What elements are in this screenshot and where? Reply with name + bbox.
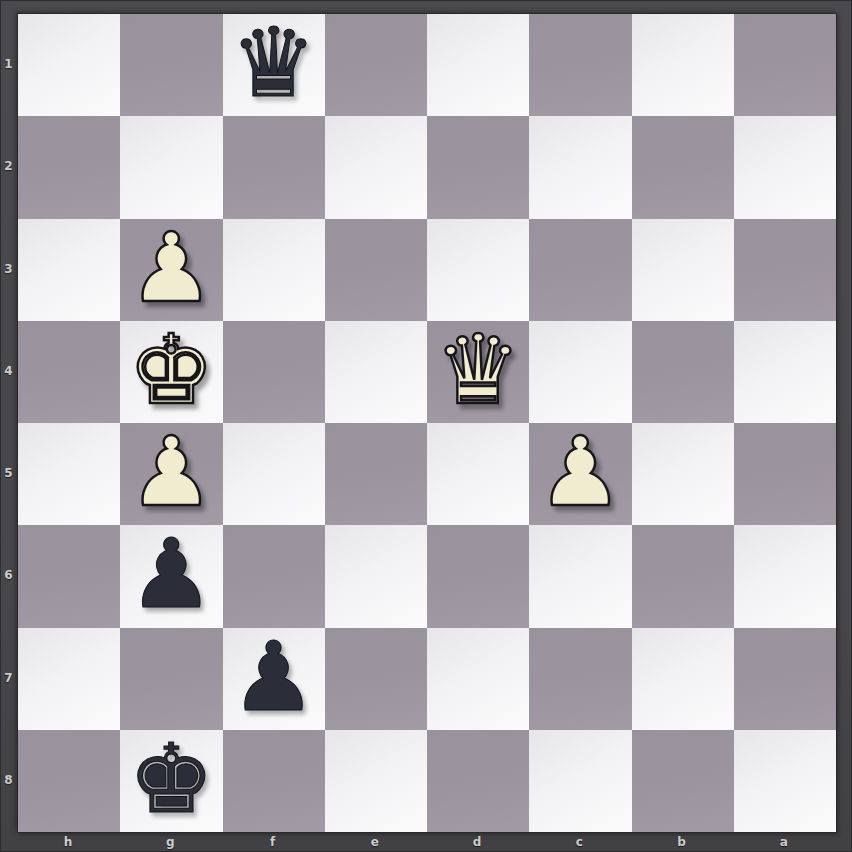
square-a8[interactable] [734,730,836,832]
rank-label-4: 4 [0,320,17,422]
square-f2[interactable] [223,116,325,218]
square-h2[interactable] [18,116,120,218]
rank-label-8: 8 [0,729,17,831]
square-d4[interactable]: ♛ [427,321,529,423]
white-queen-d4[interactable]: ♛ [435,322,521,418]
square-h6[interactable] [18,525,120,627]
square-f6[interactable] [223,525,325,627]
black-pawn-f7[interactable]: ♟ [231,629,317,725]
square-c2[interactable] [529,116,631,218]
square-d3[interactable] [427,219,529,321]
square-e4[interactable] [325,321,427,423]
square-d1[interactable] [427,14,529,116]
square-b5[interactable] [632,423,734,525]
rank-label-6: 6 [0,524,17,626]
file-label-a: a [733,831,835,852]
file-label-h: h [17,831,119,852]
square-f8[interactable] [223,730,325,832]
square-a4[interactable] [734,321,836,423]
square-h4[interactable] [18,321,120,423]
square-f7[interactable]: ♟ [223,628,325,730]
square-c8[interactable] [529,730,631,832]
square-b7[interactable] [632,628,734,730]
square-h1[interactable] [18,14,120,116]
square-e3[interactable] [325,219,427,321]
white-pawn-c5[interactable]: ♟ [537,424,623,520]
square-g3[interactable]: ♟ [120,219,222,321]
square-g6[interactable]: ♟ [120,525,222,627]
rank-label-7: 7 [0,627,17,729]
square-d6[interactable] [427,525,529,627]
square-g7[interactable] [120,628,222,730]
square-c5[interactable]: ♟ [529,423,631,525]
square-e1[interactable] [325,14,427,116]
square-b4[interactable] [632,321,734,423]
square-e6[interactable] [325,525,427,627]
file-label-d: d [426,831,528,852]
square-d7[interactable] [427,628,529,730]
white-pawn-g5[interactable]: ♟ [128,424,214,520]
chess-board: ♛♟♚♛♟♟♟♟♚ [17,13,837,833]
square-d5[interactable] [427,423,529,525]
square-g2[interactable] [120,116,222,218]
square-e7[interactable] [325,628,427,730]
black-queen-f1[interactable]: ♛ [231,15,317,111]
square-a5[interactable] [734,423,836,525]
square-f3[interactable] [223,219,325,321]
rank-coordinates: 12345678 [0,13,17,831]
square-h7[interactable] [18,628,120,730]
square-g8[interactable]: ♚ [120,730,222,832]
rank-label-5: 5 [0,422,17,524]
square-c3[interactable] [529,219,631,321]
file-label-e: e [324,831,426,852]
square-a7[interactable] [734,628,836,730]
file-label-b: b [631,831,733,852]
square-g5[interactable]: ♟ [120,423,222,525]
square-e8[interactable] [325,730,427,832]
file-coordinates: hgfedcba [17,831,835,852]
square-a3[interactable] [734,219,836,321]
square-a1[interactable] [734,14,836,116]
file-label-g: g [119,831,221,852]
square-b2[interactable] [632,116,734,218]
square-c1[interactable] [529,14,631,116]
black-pawn-g6[interactable]: ♟ [128,526,214,622]
square-d2[interactable] [427,116,529,218]
chess-app-window: ♛♟♚♛♟♟♟♟♚ 12345678 hgfedcba [0,0,852,852]
square-g1[interactable] [120,14,222,116]
square-h3[interactable] [18,219,120,321]
square-a6[interactable] [734,525,836,627]
square-f5[interactable] [223,423,325,525]
square-b1[interactable] [632,14,734,116]
square-b6[interactable] [632,525,734,627]
square-b3[interactable] [632,219,734,321]
square-h5[interactable] [18,423,120,525]
square-c7[interactable] [529,628,631,730]
square-h8[interactable] [18,730,120,832]
square-b8[interactable] [632,730,734,832]
white-king-g4[interactable]: ♚ [128,322,214,418]
rank-label-2: 2 [0,115,17,217]
black-king-g8[interactable]: ♚ [128,731,214,827]
square-c6[interactable] [529,525,631,627]
rank-label-1: 1 [0,13,17,115]
square-g4[interactable]: ♚ [120,321,222,423]
square-f1[interactable]: ♛ [223,14,325,116]
square-d8[interactable] [427,730,529,832]
square-c4[interactable] [529,321,631,423]
file-label-c: c [528,831,630,852]
square-e5[interactable] [325,423,427,525]
square-e2[interactable] [325,116,427,218]
file-label-f: f [222,831,324,852]
white-pawn-g3[interactable]: ♟ [128,220,214,316]
square-f4[interactable] [223,321,325,423]
square-a2[interactable] [734,116,836,218]
rank-label-3: 3 [0,218,17,320]
